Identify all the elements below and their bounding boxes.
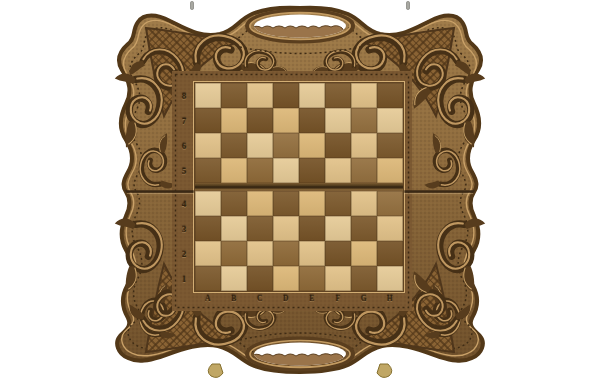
square-f4 <box>325 191 351 216</box>
square-a1 <box>195 266 221 291</box>
board-bottom-half <box>195 191 403 291</box>
square-g6 <box>351 133 377 158</box>
square-a5 <box>195 158 221 183</box>
square-e7 <box>299 108 325 133</box>
square-e6 <box>299 133 325 158</box>
square-g8 <box>351 83 377 108</box>
square-f8 <box>325 83 351 108</box>
board-fold-seam <box>195 183 403 191</box>
file-label-c: C <box>247 292 273 305</box>
square-a8 <box>195 83 221 108</box>
file-label-e: E <box>299 292 325 305</box>
square-a6 <box>195 133 221 158</box>
square-c2 <box>247 241 273 266</box>
square-d7 <box>273 108 299 133</box>
square-e5 <box>299 158 325 183</box>
square-e1 <box>299 266 325 291</box>
square-f7 <box>325 108 351 133</box>
square-a7 <box>195 108 221 133</box>
file-labels: ABCDEFGH <box>195 292 403 305</box>
square-b3 <box>221 216 247 241</box>
rank-label-1: 1 <box>175 266 193 291</box>
square-h3 <box>377 216 403 241</box>
square-g5 <box>351 158 377 183</box>
product-photo: 87654321 ABCDEFGH <box>0 0 600 380</box>
square-c6 <box>247 133 273 158</box>
square-h7 <box>377 108 403 133</box>
rank-label-5: 5 <box>175 158 193 183</box>
square-d5 <box>273 158 299 183</box>
square-a3 <box>195 216 221 241</box>
file-label-h: H <box>377 292 403 305</box>
file-label-g: G <box>351 292 377 305</box>
square-h2 <box>377 241 403 266</box>
rank-label-4: 4 <box>175 191 193 216</box>
square-b7 <box>221 108 247 133</box>
square-f2 <box>325 241 351 266</box>
square-d1 <box>273 266 299 291</box>
square-h5 <box>377 158 403 183</box>
square-c5 <box>247 158 273 183</box>
square-d3 <box>273 216 299 241</box>
square-d4 <box>273 191 299 216</box>
square-g1 <box>351 266 377 291</box>
chess-board <box>195 83 403 291</box>
square-f5 <box>325 158 351 183</box>
square-e8 <box>299 83 325 108</box>
square-d2 <box>273 241 299 266</box>
square-c8 <box>247 83 273 108</box>
square-d8 <box>273 83 299 108</box>
rank-label-8: 8 <box>175 83 193 108</box>
square-c1 <box>247 266 273 291</box>
rank-label-2: 2 <box>175 241 193 266</box>
file-label-b: B <box>221 292 247 305</box>
square-g7 <box>351 108 377 133</box>
square-e2 <box>299 241 325 266</box>
file-label-f: F <box>325 292 351 305</box>
square-c7 <box>247 108 273 133</box>
square-h6 <box>377 133 403 158</box>
rank-label-6: 6 <box>175 133 193 158</box>
rank-labels: 87654321 <box>175 83 193 291</box>
square-f3 <box>325 216 351 241</box>
rank-label-3: 3 <box>175 216 193 241</box>
square-b2 <box>221 241 247 266</box>
square-g3 <box>351 216 377 241</box>
rank-label-7: 7 <box>175 108 193 133</box>
square-h8 <box>377 83 403 108</box>
square-d6 <box>273 133 299 158</box>
rank-strip-seam-gap <box>175 183 193 191</box>
file-label-a: A <box>195 292 221 305</box>
square-e3 <box>299 216 325 241</box>
square-h4 <box>377 191 403 216</box>
square-b8 <box>221 83 247 108</box>
square-c3 <box>247 216 273 241</box>
square-f6 <box>325 133 351 158</box>
square-f1 <box>325 266 351 291</box>
square-b5 <box>221 158 247 183</box>
board-top-half <box>195 83 403 183</box>
square-g4 <box>351 191 377 216</box>
square-b4 <box>221 191 247 216</box>
file-label-d: D <box>273 292 299 305</box>
square-c4 <box>247 191 273 216</box>
square-e4 <box>299 191 325 216</box>
square-a2 <box>195 241 221 266</box>
square-b6 <box>221 133 247 158</box>
square-h1 <box>377 266 403 291</box>
square-a4 <box>195 191 221 216</box>
square-g2 <box>351 241 377 266</box>
square-b1 <box>221 266 247 291</box>
